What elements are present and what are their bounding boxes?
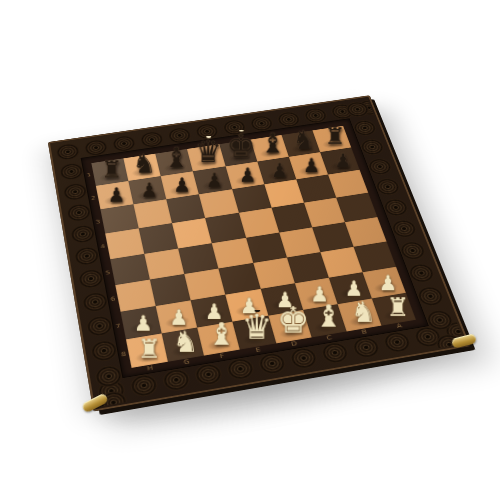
white-rook-glyph: ♜ <box>380 295 416 320</box>
file-label-E: E <box>255 346 261 353</box>
rank-label-8: 8 <box>121 351 127 359</box>
product-photo-stage: HGFEDCBA12345678 ♜♞♝♛♚♝♞♜♟♟♟♟♟♟♟♟♟♟♟♟♟♟♟… <box>0 0 500 500</box>
white-king-glyph: ♚ <box>275 302 311 338</box>
white-rook-glyph: ♜ <box>131 336 168 362</box>
square-e8[interactable] <box>219 140 257 167</box>
piece-white-knight-b1[interactable]: ♞ <box>162 327 204 361</box>
rank-label-5: 5 <box>105 269 111 276</box>
file-label-G: G <box>183 358 190 366</box>
file-label-D: D <box>290 340 298 348</box>
square-b7[interactable] <box>128 176 166 204</box>
white-bishop-glyph: ♝ <box>203 319 240 350</box>
white-bishop-glyph: ♝ <box>310 301 346 332</box>
white-queen-glyph: ♛ <box>239 310 275 344</box>
white-pawn-glyph: ♟ <box>370 272 405 293</box>
file-label-C: C <box>326 334 333 341</box>
square-c8[interactable] <box>155 149 193 176</box>
dark-finial <box>255 307 260 312</box>
piece-white-rook-a1[interactable]: ♜ <box>126 333 168 368</box>
piece-white-bishop-c1[interactable]: ♝ <box>197 321 240 355</box>
white-knight-glyph: ♞ <box>167 327 204 356</box>
white-pawn-glyph: ♟ <box>125 313 161 334</box>
file-label-A: A <box>396 322 403 329</box>
square-a6[interactable] <box>100 204 138 233</box>
white-knight-glyph: ♞ <box>345 298 381 327</box>
file-label-F: F <box>219 352 225 359</box>
